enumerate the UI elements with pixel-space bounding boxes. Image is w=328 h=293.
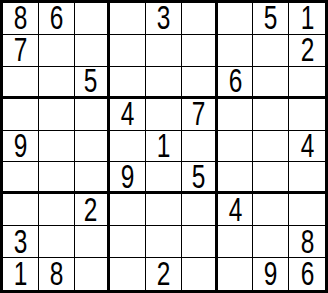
given-digit: 6 <box>300 258 314 290</box>
cell-r4c8[interactable] <box>253 99 289 131</box>
given-digit: 8 <box>300 226 314 258</box>
given-digit: 2 <box>300 35 314 67</box>
cell-r9c3[interactable] <box>75 258 111 290</box>
cell-r8c8[interactable] <box>253 226 289 258</box>
cell-r2c7[interactable] <box>218 35 254 67</box>
cell-r3c5[interactable] <box>146 67 182 99</box>
cell-r6c5[interactable] <box>146 162 182 194</box>
cell-r5c4[interactable] <box>110 131 146 163</box>
cell-r2c8[interactable] <box>253 35 289 67</box>
given-digit: 1 <box>157 131 171 163</box>
given-digit: 9 <box>14 131 28 163</box>
given-digit: 9 <box>121 162 135 194</box>
cell-r7c4[interactable] <box>110 194 146 226</box>
sudoku-board: 8635172564791495243818296 <box>0 0 328 293</box>
cell-r9c4[interactable] <box>110 258 146 290</box>
cell-r3c7[interactable]: 6 <box>218 67 254 99</box>
cell-r3c6[interactable] <box>182 67 218 99</box>
given-digit: 9 <box>264 258 278 290</box>
cell-r9c1[interactable]: 1 <box>3 258 39 290</box>
cell-r8c6[interactable] <box>182 226 218 258</box>
cell-r8c1[interactable]: 3 <box>3 226 39 258</box>
cell-r5c7[interactable] <box>218 131 254 163</box>
cell-r8c2[interactable] <box>39 226 75 258</box>
cell-r5c9[interactable]: 4 <box>289 131 325 163</box>
given-digit: 3 <box>157 3 171 35</box>
cell-r9c9[interactable]: 6 <box>289 258 325 290</box>
cell-r1c8[interactable]: 5 <box>253 3 289 35</box>
cell-r1c9[interactable]: 1 <box>289 3 325 35</box>
cell-r4c7[interactable] <box>218 99 254 131</box>
cell-r3c8[interactable] <box>253 67 289 99</box>
cell-r4c9[interactable] <box>289 99 325 131</box>
cell-r7c9[interactable] <box>289 194 325 226</box>
given-digit: 3 <box>14 226 28 258</box>
cell-r7c1[interactable] <box>3 194 39 226</box>
given-digit: 2 <box>157 258 171 290</box>
cell-r7c7[interactable]: 4 <box>218 194 254 226</box>
cell-r4c1[interactable] <box>3 99 39 131</box>
cell-r1c2[interactable]: 6 <box>39 3 75 35</box>
given-digit: 7 <box>14 35 28 67</box>
cell-r5c8[interactable] <box>253 131 289 163</box>
cell-r7c8[interactable] <box>253 194 289 226</box>
given-digit: 4 <box>228 194 242 226</box>
cell-r5c3[interactable] <box>75 131 111 163</box>
cell-r1c7[interactable] <box>218 3 254 35</box>
cell-r3c4[interactable] <box>110 67 146 99</box>
cell-r8c4[interactable] <box>110 226 146 258</box>
cell-r4c5[interactable] <box>146 99 182 131</box>
cell-r9c7[interactable] <box>218 258 254 290</box>
cell-r8c7[interactable] <box>218 226 254 258</box>
cell-r5c1[interactable]: 9 <box>3 131 39 163</box>
given-digit: 5 <box>84 67 98 99</box>
cell-r3c3[interactable]: 5 <box>75 67 111 99</box>
given-digit: 4 <box>121 99 135 131</box>
cell-r8c5[interactable] <box>146 226 182 258</box>
cell-r7c6[interactable] <box>182 194 218 226</box>
cell-r2c1[interactable]: 7 <box>3 35 39 67</box>
cell-r7c2[interactable] <box>39 194 75 226</box>
given-digit: 1 <box>300 3 314 35</box>
given-digit: 2 <box>84 194 98 226</box>
cell-r9c8[interactable]: 9 <box>253 258 289 290</box>
cell-r9c2[interactable]: 8 <box>39 258 75 290</box>
cell-r2c4[interactable] <box>110 35 146 67</box>
cell-r7c3[interactable]: 2 <box>75 194 111 226</box>
cell-r6c7[interactable] <box>218 162 254 194</box>
cell-r2c5[interactable] <box>146 35 182 67</box>
cell-r4c2[interactable] <box>39 99 75 131</box>
cell-r1c5[interactable]: 3 <box>146 3 182 35</box>
cell-r4c3[interactable] <box>75 99 111 131</box>
cell-r6c3[interactable] <box>75 162 111 194</box>
cell-r9c5[interactable]: 2 <box>146 258 182 290</box>
cell-r8c9[interactable]: 8 <box>289 226 325 258</box>
cell-r1c4[interactable] <box>110 3 146 35</box>
cell-r9c6[interactable] <box>182 258 218 290</box>
cell-r5c2[interactable] <box>39 131 75 163</box>
given-digit: 8 <box>14 3 28 35</box>
cell-r3c9[interactable] <box>289 67 325 99</box>
cell-r1c6[interactable] <box>182 3 218 35</box>
cell-r4c6[interactable]: 7 <box>182 99 218 131</box>
given-digit: 6 <box>228 67 242 99</box>
cell-r5c6[interactable] <box>182 131 218 163</box>
cell-r3c1[interactable] <box>3 67 39 99</box>
cell-r6c9[interactable] <box>289 162 325 194</box>
cell-r2c9[interactable]: 2 <box>289 35 325 67</box>
cell-r2c2[interactable] <box>39 35 75 67</box>
cell-r2c6[interactable] <box>182 35 218 67</box>
cell-r6c8[interactable] <box>253 162 289 194</box>
given-digit: 5 <box>264 3 278 35</box>
given-digit: 8 <box>49 258 63 290</box>
cell-r6c6[interactable]: 5 <box>182 162 218 194</box>
cell-r6c4[interactable]: 9 <box>110 162 146 194</box>
cell-r1c3[interactable] <box>75 3 111 35</box>
cell-r8c3[interactable] <box>75 226 111 258</box>
given-digit: 5 <box>191 162 205 194</box>
cell-r4c4[interactable]: 4 <box>110 99 146 131</box>
given-digit: 6 <box>49 3 63 35</box>
cell-r1c1[interactable]: 8 <box>3 3 39 35</box>
given-digit: 7 <box>191 99 205 131</box>
cell-r3c2[interactable] <box>39 67 75 99</box>
cell-r7c5[interactable] <box>146 194 182 226</box>
cell-r6c1[interactable] <box>3 162 39 194</box>
given-digit: 4 <box>300 131 314 163</box>
given-digit: 1 <box>14 258 28 290</box>
cell-r2c3[interactable] <box>75 35 111 67</box>
cell-r6c2[interactable] <box>39 162 75 194</box>
cell-r5c5[interactable]: 1 <box>146 131 182 163</box>
